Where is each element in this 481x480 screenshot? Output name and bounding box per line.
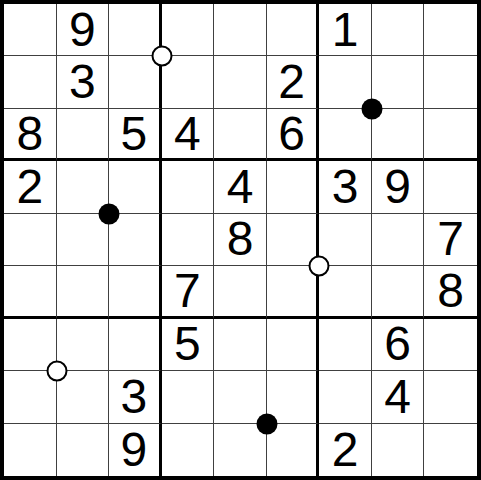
given-digit: 5	[174, 320, 201, 368]
cell-r7c3[interactable]	[109, 319, 162, 371]
cell-r2c9[interactable]	[424, 56, 477, 108]
given-digit: 9	[69, 6, 96, 54]
cell-r5c6[interactable]	[267, 214, 320, 266]
cell-r7c1[interactable]	[4, 319, 57, 371]
cell-r4c7[interactable]: 3	[319, 161, 372, 213]
cell-r5c1[interactable]	[4, 214, 57, 266]
cell-r1c3[interactable]	[109, 4, 162, 56]
cell-r1c7[interactable]: 1	[319, 4, 372, 56]
cell-r2c6[interactable]: 2	[267, 56, 320, 108]
cell-r3c7[interactable]	[319, 109, 372, 161]
cell-r4c8[interactable]: 9	[372, 161, 425, 213]
cell-r6c3[interactable]	[109, 266, 162, 318]
cell-r3c4[interactable]: 4	[162, 109, 215, 161]
cell-r6c7[interactable]	[319, 266, 372, 318]
cell-r1c6[interactable]	[267, 4, 320, 56]
given-digit: 4	[384, 373, 411, 421]
cell-r5c9[interactable]: 7	[424, 214, 477, 266]
given-digit: 4	[227, 163, 254, 211]
cell-r4c1[interactable]: 2	[4, 161, 57, 213]
given-digit: 3	[332, 163, 359, 211]
cell-r8c5[interactable]	[214, 371, 267, 423]
cell-r6c9[interactable]: 8	[424, 266, 477, 318]
cell-r5c7[interactable]	[319, 214, 372, 266]
cell-r4c2[interactable]	[57, 161, 110, 213]
given-digit: 3	[69, 58, 96, 106]
cell-r6c8[interactable]	[372, 266, 425, 318]
cell-r1c9[interactable]	[424, 4, 477, 56]
cell-r9c3[interactable]: 9	[109, 424, 162, 476]
cell-r3c8[interactable]	[372, 109, 425, 161]
given-digit: 9	[121, 426, 148, 474]
cell-r9c7[interactable]: 2	[319, 424, 372, 476]
cell-r8c6[interactable]	[267, 371, 320, 423]
cell-r6c5[interactable]	[214, 266, 267, 318]
cell-r2c1[interactable]	[4, 56, 57, 108]
cell-r3c3[interactable]: 5	[109, 109, 162, 161]
given-digit: 8	[16, 110, 43, 158]
cell-r9c8[interactable]	[372, 424, 425, 476]
cell-r3c1[interactable]: 8	[4, 109, 57, 161]
cell-r2c2[interactable]: 3	[57, 56, 110, 108]
cell-r1c4[interactable]	[162, 4, 215, 56]
given-digit: 3	[121, 373, 148, 421]
cell-r6c4[interactable]: 7	[162, 266, 215, 318]
cell-r4c3[interactable]	[109, 161, 162, 213]
cell-r7c5[interactable]	[214, 319, 267, 371]
cell-r9c6[interactable]	[267, 424, 320, 476]
given-digit: 9	[384, 163, 411, 211]
cell-r8c2[interactable]	[57, 371, 110, 423]
cell-r5c8[interactable]	[372, 214, 425, 266]
cell-r3c2[interactable]	[57, 109, 110, 161]
cell-r8c8[interactable]: 4	[372, 371, 425, 423]
cell-r3c6[interactable]: 6	[267, 109, 320, 161]
cell-r5c4[interactable]	[162, 214, 215, 266]
cell-r9c1[interactable]	[4, 424, 57, 476]
given-digit: 2	[278, 58, 305, 106]
cell-r8c3[interactable]: 3	[109, 371, 162, 423]
sudoku-grid: 9132854624398778563492	[4, 4, 477, 476]
cell-r9c5[interactable]	[214, 424, 267, 476]
cell-r1c2[interactable]: 9	[57, 4, 110, 56]
cell-r1c5[interactable]	[214, 4, 267, 56]
cell-r9c9[interactable]	[424, 424, 477, 476]
given-digit: 6	[278, 110, 305, 158]
cell-r2c7[interactable]	[319, 56, 372, 108]
given-digit: 8	[437, 267, 464, 315]
cell-r4c9[interactable]	[424, 161, 477, 213]
given-digit: 7	[437, 215, 464, 263]
cell-r2c5[interactable]	[214, 56, 267, 108]
cell-r6c1[interactable]	[4, 266, 57, 318]
cell-r4c5[interactable]: 4	[214, 161, 267, 213]
cell-r7c9[interactable]	[424, 319, 477, 371]
cell-r8c1[interactable]	[4, 371, 57, 423]
cell-r2c3[interactable]	[109, 56, 162, 108]
given-digit: 1	[332, 6, 359, 54]
cell-r7c2[interactable]	[57, 319, 110, 371]
cell-r8c9[interactable]	[424, 371, 477, 423]
cell-r6c6[interactable]	[267, 266, 320, 318]
cell-r4c4[interactable]	[162, 161, 215, 213]
cell-r6c2[interactable]	[57, 266, 110, 318]
cell-r7c6[interactable]	[267, 319, 320, 371]
given-digit: 7	[174, 267, 201, 315]
cell-r8c7[interactable]	[319, 371, 372, 423]
cell-r2c4[interactable]	[162, 56, 215, 108]
cell-r1c1[interactable]	[4, 4, 57, 56]
cell-r8c4[interactable]	[162, 371, 215, 423]
given-digit: 2	[16, 163, 43, 211]
cell-r7c8[interactable]: 6	[372, 319, 425, 371]
cell-r1c8[interactable]	[372, 4, 425, 56]
cell-r7c7[interactable]	[319, 319, 372, 371]
cell-r9c2[interactable]	[57, 424, 110, 476]
cell-r7c4[interactable]: 5	[162, 319, 215, 371]
cell-r5c3[interactable]	[109, 214, 162, 266]
cell-r5c2[interactable]	[57, 214, 110, 266]
cell-r4c6[interactable]	[267, 161, 320, 213]
given-digit: 2	[332, 426, 359, 474]
sudoku-board: 9132854624398778563492	[0, 0, 481, 480]
given-digit: 8	[227, 215, 254, 263]
cell-r9c4[interactable]	[162, 424, 215, 476]
given-digit: 6	[384, 320, 411, 368]
cell-r5c5[interactable]: 8	[214, 214, 267, 266]
cell-r3c5[interactable]	[214, 109, 267, 161]
cell-r3c9[interactable]	[424, 109, 477, 161]
given-digit: 4	[174, 110, 201, 158]
cell-r2c8[interactable]	[372, 56, 425, 108]
given-digit: 5	[121, 110, 148, 158]
